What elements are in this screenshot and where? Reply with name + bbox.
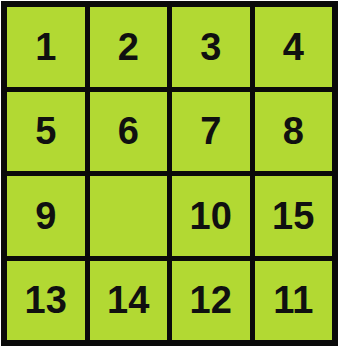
tile-14[interactable]: 14 (90, 261, 168, 341)
tile-3[interactable]: 3 (172, 7, 250, 87)
tile-9[interactable]: 9 (7, 176, 85, 256)
tile-1[interactable]: 1 (7, 7, 85, 87)
tile-4[interactable]: 4 (255, 7, 333, 87)
tile-2[interactable]: 2 (90, 7, 168, 87)
tile-11[interactable]: 11 (255, 261, 333, 341)
tile-10[interactable]: 10 (172, 176, 250, 256)
tile-8[interactable]: 8 (255, 92, 333, 172)
tile-12[interactable]: 12 (172, 261, 250, 341)
empty-cell (90, 176, 168, 256)
tile-7[interactable]: 7 (172, 92, 250, 172)
puzzle-board: 123456789101513141211 (1, 1, 338, 346)
tile-13[interactable]: 13 (7, 261, 85, 341)
tile-5[interactable]: 5 (7, 92, 85, 172)
tile-6[interactable]: 6 (90, 92, 168, 172)
tile-15[interactable]: 15 (255, 176, 333, 256)
puzzle-board-frame: 123456789101513141211 (0, 0, 340, 348)
